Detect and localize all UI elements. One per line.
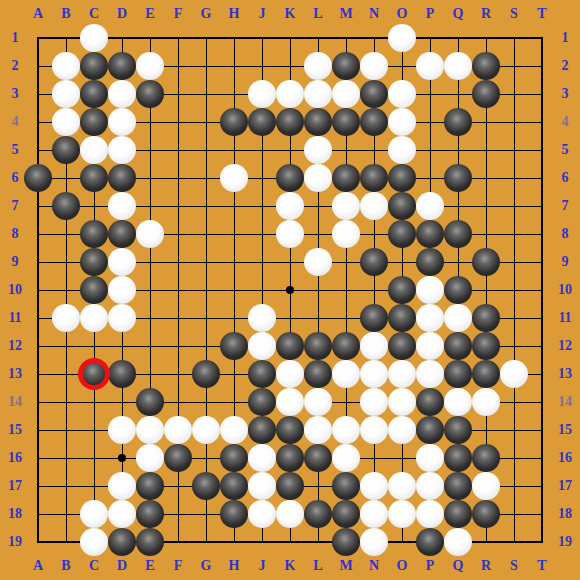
stone-white[interactable] (388, 360, 416, 388)
row-label-right: 16 (558, 451, 572, 465)
stone-black[interactable] (360, 164, 388, 192)
stone-black[interactable] (80, 164, 108, 192)
column-label-bottom: T (537, 559, 546, 573)
stone-black[interactable] (388, 192, 416, 220)
column-label-top: H (229, 7, 240, 21)
stone-black[interactable] (388, 276, 416, 304)
stone-black[interactable] (332, 108, 360, 136)
stone-black[interactable] (248, 360, 276, 388)
stone-black[interactable] (472, 304, 500, 332)
stone-white[interactable] (304, 52, 332, 80)
stone-black[interactable] (136, 528, 164, 556)
row-label-left: 14 (8, 395, 22, 409)
stone-black[interactable] (248, 388, 276, 416)
column-label-bottom: M (339, 559, 352, 573)
stone-black[interactable] (444, 108, 472, 136)
column-label-bottom: Q (453, 559, 464, 573)
stone-black[interactable] (444, 164, 472, 192)
stone-black[interactable] (276, 472, 304, 500)
stone-white[interactable] (472, 388, 500, 416)
column-label-top: T (537, 7, 546, 21)
row-label-right: 19 (558, 535, 572, 549)
stone-white[interactable] (416, 472, 444, 500)
stone-white[interactable] (52, 108, 80, 136)
star-point (118, 454, 126, 462)
stone-white[interactable] (304, 80, 332, 108)
column-label-bottom: O (397, 559, 408, 573)
stone-white[interactable] (388, 416, 416, 444)
stone-white[interactable] (108, 80, 136, 108)
stone-white[interactable] (416, 52, 444, 80)
row-label-left: 18 (8, 507, 22, 521)
stone-black[interactable] (444, 444, 472, 472)
row-label-right: 12 (558, 339, 572, 353)
row-label-right: 11 (558, 311, 571, 325)
stone-white[interactable] (304, 248, 332, 276)
column-label-bottom: H (229, 559, 240, 573)
stone-white[interactable] (360, 332, 388, 360)
stone-black[interactable] (108, 52, 136, 80)
stone-black[interactable] (472, 332, 500, 360)
stone-black[interactable] (388, 304, 416, 332)
row-label-right: 5 (562, 143, 569, 157)
stone-white[interactable] (388, 108, 416, 136)
column-label-bottom: P (426, 559, 435, 573)
stone-black[interactable] (136, 472, 164, 500)
stone-black[interactable] (304, 444, 332, 472)
stone-white[interactable] (52, 80, 80, 108)
stone-white[interactable] (360, 500, 388, 528)
stone-white[interactable] (360, 192, 388, 220)
stone-white[interactable] (248, 472, 276, 500)
stone-black[interactable] (276, 164, 304, 192)
last-move-marker (78, 358, 110, 390)
row-label-right: 10 (558, 283, 572, 297)
stone-black[interactable] (332, 472, 360, 500)
row-label-left: 5 (12, 143, 19, 157)
stone-white[interactable] (276, 220, 304, 248)
stone-white[interactable] (80, 24, 108, 52)
row-label-right: 13 (558, 367, 572, 381)
stone-black[interactable] (248, 108, 276, 136)
stone-black[interactable] (472, 248, 500, 276)
stone-white[interactable] (304, 164, 332, 192)
stone-black[interactable] (220, 332, 248, 360)
stone-black[interactable] (304, 332, 332, 360)
stone-white[interactable] (332, 360, 360, 388)
stone-white[interactable] (388, 472, 416, 500)
stone-black[interactable] (472, 444, 500, 472)
stone-black[interactable] (164, 444, 192, 472)
row-label-left: 13 (8, 367, 22, 381)
stone-white[interactable] (192, 416, 220, 444)
column-label-top: S (510, 7, 518, 21)
stone-white[interactable] (108, 472, 136, 500)
row-label-right: 17 (558, 479, 572, 493)
stone-black[interactable] (416, 248, 444, 276)
row-label-left: 7 (12, 199, 19, 213)
stone-white[interactable] (444, 52, 472, 80)
stone-white[interactable] (108, 136, 136, 164)
stone-black[interactable] (388, 332, 416, 360)
row-label-right: 15 (558, 423, 572, 437)
column-label-top: E (145, 7, 154, 21)
stone-black[interactable] (276, 416, 304, 444)
stone-black[interactable] (416, 416, 444, 444)
row-label-left: 3 (12, 87, 19, 101)
stone-white[interactable] (108, 276, 136, 304)
stone-white[interactable] (416, 192, 444, 220)
stone-white[interactable] (108, 192, 136, 220)
stone-white[interactable] (276, 360, 304, 388)
stone-white[interactable] (164, 416, 192, 444)
stone-white[interactable] (416, 304, 444, 332)
column-label-bottom: G (201, 559, 212, 573)
stone-white[interactable] (108, 304, 136, 332)
column-label-top: L (313, 7, 322, 21)
stone-white[interactable] (388, 136, 416, 164)
stone-black[interactable] (80, 52, 108, 80)
grid-line-vertical (514, 38, 515, 542)
column-label-top: G (201, 7, 212, 21)
stone-black[interactable] (136, 388, 164, 416)
stone-black[interactable] (388, 220, 416, 248)
column-label-bottom: C (89, 559, 99, 573)
stone-black[interactable] (80, 220, 108, 248)
stone-white[interactable] (332, 444, 360, 472)
stone-black[interactable] (416, 528, 444, 556)
column-label-top: A (33, 7, 43, 21)
stone-black[interactable] (444, 416, 472, 444)
stone-black[interactable] (332, 500, 360, 528)
row-label-right: 1 (562, 31, 569, 45)
stone-white[interactable] (248, 444, 276, 472)
stone-white[interactable] (276, 388, 304, 416)
stone-black[interactable] (360, 248, 388, 276)
stone-black[interactable] (444, 332, 472, 360)
stone-black[interactable] (304, 360, 332, 388)
column-label-top: J (259, 7, 266, 21)
row-label-left: 6 (12, 171, 19, 185)
stone-white[interactable] (360, 360, 388, 388)
stone-black[interactable] (108, 360, 136, 388)
row-label-left: 4 (12, 115, 19, 129)
stone-black[interactable] (52, 192, 80, 220)
column-label-top: Q (453, 7, 464, 21)
stone-black[interactable] (248, 416, 276, 444)
stone-black[interactable] (80, 248, 108, 276)
stone-white[interactable] (248, 332, 276, 360)
stone-white[interactable] (388, 80, 416, 108)
stone-white[interactable] (52, 52, 80, 80)
stone-white[interactable] (388, 388, 416, 416)
stone-white[interactable] (304, 416, 332, 444)
stone-black[interactable] (220, 444, 248, 472)
stone-black[interactable] (444, 500, 472, 528)
stone-white[interactable] (220, 416, 248, 444)
column-label-bottom: A (33, 559, 43, 573)
stone-white[interactable] (80, 304, 108, 332)
stone-white[interactable] (360, 472, 388, 500)
stone-white[interactable] (276, 192, 304, 220)
row-label-left: 16 (8, 451, 22, 465)
stone-white[interactable] (108, 108, 136, 136)
stone-black[interactable] (220, 472, 248, 500)
column-label-bottom: K (285, 559, 296, 573)
stone-black[interactable] (108, 164, 136, 192)
stone-white[interactable] (136, 52, 164, 80)
stone-white[interactable] (52, 304, 80, 332)
stone-white[interactable] (416, 360, 444, 388)
column-label-top: N (369, 7, 379, 21)
column-label-bottom: D (117, 559, 127, 573)
row-label-right: 8 (562, 227, 569, 241)
stone-black[interactable] (80, 276, 108, 304)
column-label-top: O (397, 7, 408, 21)
stone-black[interactable] (360, 80, 388, 108)
stone-black[interactable] (220, 108, 248, 136)
column-label-bottom: N (369, 559, 379, 573)
stone-black[interactable] (136, 500, 164, 528)
stone-black[interactable] (276, 444, 304, 472)
stone-white[interactable] (108, 500, 136, 528)
column-label-bottom: S (510, 559, 518, 573)
stone-white[interactable] (388, 24, 416, 52)
row-label-right: 4 (562, 115, 569, 129)
stone-white[interactable] (360, 52, 388, 80)
row-label-right: 7 (562, 199, 569, 213)
stone-black[interactable] (80, 108, 108, 136)
stone-white[interactable] (136, 416, 164, 444)
stone-black[interactable] (108, 528, 136, 556)
stone-black[interactable] (388, 164, 416, 192)
stone-black[interactable] (416, 388, 444, 416)
stone-black[interactable] (24, 164, 52, 192)
stone-black[interactable] (472, 500, 500, 528)
stone-white[interactable] (416, 332, 444, 360)
star-point (286, 286, 294, 294)
stone-white[interactable] (444, 528, 472, 556)
column-label-bottom: B (61, 559, 70, 573)
stone-white[interactable] (360, 416, 388, 444)
stone-white[interactable] (248, 80, 276, 108)
stone-white[interactable] (304, 136, 332, 164)
stone-black[interactable] (136, 80, 164, 108)
stone-black[interactable] (332, 164, 360, 192)
column-label-top: P (426, 7, 435, 21)
stone-white[interactable] (416, 500, 444, 528)
stone-white[interactable] (276, 500, 304, 528)
stone-black[interactable] (416, 220, 444, 248)
stone-white[interactable] (472, 472, 500, 500)
stone-black[interactable] (360, 304, 388, 332)
stone-white[interactable] (136, 444, 164, 472)
stone-black[interactable] (444, 472, 472, 500)
row-label-left: 1 (12, 31, 19, 45)
stone-black[interactable] (108, 220, 136, 248)
row-label-left: 15 (8, 423, 22, 437)
column-label-top: K (285, 7, 296, 21)
stone-black[interactable] (192, 360, 220, 388)
row-label-right: 3 (562, 87, 569, 101)
row-label-left: 2 (12, 59, 19, 73)
stone-black[interactable] (52, 136, 80, 164)
stone-black[interactable] (332, 52, 360, 80)
stone-white[interactable] (388, 500, 416, 528)
stone-black[interactable] (472, 52, 500, 80)
stone-white[interactable] (360, 388, 388, 416)
row-label-left: 11 (8, 311, 21, 325)
stone-white[interactable] (136, 220, 164, 248)
stone-white[interactable] (276, 80, 304, 108)
column-label-bottom: J (259, 559, 266, 573)
stone-white[interactable] (360, 528, 388, 556)
stone-white[interactable] (444, 304, 472, 332)
column-label-bottom: E (145, 559, 154, 573)
row-label-left: 10 (8, 283, 22, 297)
stone-white[interactable] (248, 500, 276, 528)
stone-black[interactable] (80, 80, 108, 108)
row-label-left: 17 (8, 479, 22, 493)
stone-black[interactable] (304, 500, 332, 528)
row-label-right: 18 (558, 507, 572, 521)
stone-black[interactable] (304, 108, 332, 136)
stone-black[interactable] (220, 500, 248, 528)
stone-white[interactable] (80, 136, 108, 164)
stone-white[interactable] (108, 416, 136, 444)
stone-white[interactable] (332, 80, 360, 108)
stone-black[interactable] (444, 220, 472, 248)
row-label-right: 9 (562, 255, 569, 269)
stone-black[interactable] (444, 360, 472, 388)
row-label-right: 14 (558, 395, 572, 409)
stone-white[interactable] (416, 444, 444, 472)
column-label-top: F (174, 7, 183, 21)
stone-white[interactable] (332, 220, 360, 248)
stone-white[interactable] (416, 276, 444, 304)
stone-black[interactable] (472, 360, 500, 388)
stone-white[interactable] (304, 388, 332, 416)
column-label-bottom: L (313, 559, 322, 573)
column-label-top: C (89, 7, 99, 21)
column-label-top: B (61, 7, 70, 21)
column-label-top: R (481, 7, 491, 21)
stone-white[interactable] (248, 304, 276, 332)
stone-white[interactable] (108, 248, 136, 276)
stone-black[interactable] (444, 276, 472, 304)
row-label-left: 8 (12, 227, 19, 241)
stone-white[interactable] (444, 388, 472, 416)
row-label-right: 2 (562, 59, 569, 73)
stone-black[interactable] (332, 528, 360, 556)
column-label-bottom: R (481, 559, 491, 573)
stone-black[interactable] (192, 472, 220, 500)
row-label-right: 6 (562, 171, 569, 185)
stone-white[interactable] (80, 528, 108, 556)
stone-white[interactable] (80, 500, 108, 528)
stone-white[interactable] (500, 360, 528, 388)
go-board: AABBCCDDEEFFGGHHJJKKLLMMNNOOPPQQRRSSTT11… (0, 0, 580, 580)
stone-black[interactable] (360, 108, 388, 136)
row-label-left: 9 (12, 255, 19, 269)
stone-black[interactable] (472, 80, 500, 108)
stone-white[interactable] (332, 192, 360, 220)
column-label-bottom: F (174, 559, 183, 573)
column-label-top: M (339, 7, 352, 21)
stone-black[interactable] (276, 108, 304, 136)
stone-black[interactable] (332, 332, 360, 360)
row-label-left: 12 (8, 339, 22, 353)
stone-white[interactable] (220, 164, 248, 192)
column-label-top: D (117, 7, 127, 21)
stone-black[interactable] (276, 332, 304, 360)
row-label-left: 19 (8, 535, 22, 549)
stone-white[interactable] (332, 416, 360, 444)
